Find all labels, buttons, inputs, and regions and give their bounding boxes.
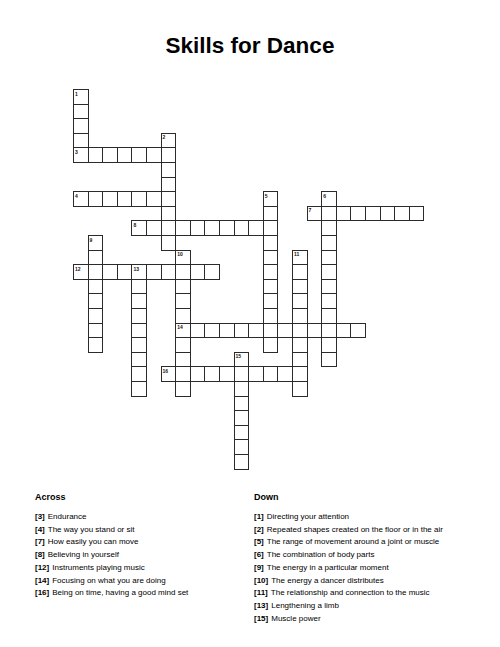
down-clue-number: [5] xyxy=(254,537,264,546)
grid-cell[interactable] xyxy=(248,323,264,339)
grid-cell[interactable] xyxy=(380,206,396,222)
grid-cell[interactable] xyxy=(146,220,162,236)
grid-cell[interactable] xyxy=(263,250,279,266)
across-clue-number: [16] xyxy=(35,588,49,597)
down-clue-text: The relationship and connection to the m… xyxy=(271,588,430,597)
grid-cell[interactable] xyxy=(88,279,104,295)
across-clue-text: Focusing on what you are doing xyxy=(52,576,165,585)
down-clue: [5]The range of movement around a joint … xyxy=(254,536,496,549)
grid-cell[interactable] xyxy=(321,279,337,295)
grid-cell[interactable] xyxy=(161,264,177,280)
grid-cell[interactable] xyxy=(190,323,206,339)
grid-cell[interactable] xyxy=(204,366,220,382)
grid-cell[interactable] xyxy=(146,264,162,280)
grid-cell[interactable] xyxy=(161,162,177,178)
down-clue-list: [1]Directing your attention[2]Repeated s… xyxy=(254,511,496,625)
grid-cell[interactable] xyxy=(219,366,235,382)
across-clue-number: [8] xyxy=(35,550,45,559)
grid-cell[interactable]: 6 xyxy=(321,191,337,207)
down-header: Down xyxy=(254,492,496,502)
grid-cell[interactable] xyxy=(73,133,89,149)
grid-cell[interactable] xyxy=(394,206,410,222)
grid-cell[interactable] xyxy=(131,366,147,382)
grid-cell[interactable]: 8 xyxy=(131,220,147,236)
grid-cell[interactable] xyxy=(248,220,264,236)
grid-cell[interactable] xyxy=(88,264,104,280)
grid-cell[interactable] xyxy=(321,264,337,280)
clue-number-label: 9 xyxy=(90,237,93,243)
grid-cell[interactable] xyxy=(161,220,177,236)
grid-cell[interactable] xyxy=(321,323,337,339)
grid-cell[interactable] xyxy=(204,323,220,339)
grid-cell[interactable] xyxy=(131,279,147,295)
grid-cell[interactable] xyxy=(88,323,104,339)
crossword-page: Skills for Dance 12345678910111213141516… xyxy=(0,0,500,647)
grid-cell[interactable] xyxy=(161,235,177,251)
grid-cell[interactable] xyxy=(88,191,104,207)
across-clue-text: Believing in yourself xyxy=(48,550,119,559)
clue-number-label: 3 xyxy=(75,149,78,155)
grid-cell[interactable] xyxy=(292,308,308,324)
grid-cell[interactable] xyxy=(190,366,206,382)
grid-cell[interactable] xyxy=(161,191,177,207)
grid-cell[interactable] xyxy=(263,366,279,382)
grid-cell[interactable] xyxy=(204,264,220,280)
grid-cell[interactable]: 13 xyxy=(131,264,147,280)
grid-cell[interactable] xyxy=(146,191,162,207)
grid-cell[interactable] xyxy=(117,191,133,207)
grid-cell[interactable] xyxy=(219,220,235,236)
across-clue-list: [3]Endurance[4]The way you stand or sit[… xyxy=(35,511,247,600)
across-clue-number: [7] xyxy=(35,537,45,546)
across-clues-section: Across [3]Endurance[4]The way you stand … xyxy=(35,492,247,600)
across-clue-text: Endurance xyxy=(48,512,87,521)
down-clue-number: [10] xyxy=(254,576,268,585)
down-clue-number: [13] xyxy=(254,601,268,610)
grid-cell[interactable] xyxy=(146,147,162,163)
down-clue-text: Directing your attention xyxy=(267,512,349,521)
grid-cell[interactable] xyxy=(175,293,191,309)
grid-cell[interactable] xyxy=(409,206,425,222)
grid-cell[interactable] xyxy=(117,147,133,163)
clue-number-label: 6 xyxy=(323,193,326,199)
grid-cell[interactable] xyxy=(161,147,177,163)
grid-cell[interactable] xyxy=(292,323,308,339)
across-clue: [16]Being on time, having a good mind se… xyxy=(35,587,247,600)
grid-cell[interactable]: 16 xyxy=(161,366,177,382)
grid-cell[interactable] xyxy=(102,191,118,207)
down-clue-number: [6] xyxy=(254,550,264,559)
grid-cell[interactable] xyxy=(292,264,308,280)
across-clue: [3]Endurance xyxy=(35,511,247,524)
down-clue: [9]The energy in a particular moment xyxy=(254,562,496,575)
grid-cell[interactable] xyxy=(277,366,293,382)
down-clue-number: [15] xyxy=(254,614,268,623)
grid-cell[interactable] xyxy=(88,308,104,324)
clue-number-label: 8 xyxy=(133,222,136,228)
grid-cell[interactable] xyxy=(219,323,235,339)
grid-cell[interactable] xyxy=(321,337,337,353)
grid-cell[interactable] xyxy=(292,293,308,309)
grid-cell[interactable]: 14 xyxy=(175,323,191,339)
grid-cell[interactable] xyxy=(350,206,366,222)
grid-cell[interactable] xyxy=(88,337,104,353)
down-clue-number: [9] xyxy=(254,563,264,572)
grid-cell[interactable] xyxy=(175,366,191,382)
grid-cell[interactable] xyxy=(263,264,279,280)
clue-number-label: 16 xyxy=(163,368,169,374)
grid-cell[interactable] xyxy=(292,352,308,368)
across-clue: [4]The way you stand or sit xyxy=(35,524,247,537)
grid-cell[interactable] xyxy=(131,352,147,368)
grid-cell[interactable] xyxy=(263,279,279,295)
grid-cell[interactable] xyxy=(204,220,220,236)
grid-cell[interactable] xyxy=(190,220,206,236)
grid-cell[interactable] xyxy=(292,337,308,353)
grid-cell[interactable]: 7 xyxy=(307,206,323,222)
grid-cell[interactable] xyxy=(88,250,104,266)
grid-cell[interactable] xyxy=(234,396,250,412)
grid-cell[interactable] xyxy=(175,279,191,295)
grid-cell[interactable] xyxy=(321,235,337,251)
down-clue: [6]The combination of body parts xyxy=(254,549,496,562)
grid-cell[interactable] xyxy=(350,323,366,339)
grid-cell[interactable] xyxy=(263,293,279,309)
down-clue: [1]Directing your attention xyxy=(254,511,496,524)
down-clue-text: Repeated shapes created on the floor or … xyxy=(267,525,443,534)
grid-cell[interactable] xyxy=(234,454,250,470)
clue-number-label: 10 xyxy=(177,251,183,257)
grid-cell[interactable]: 2 xyxy=(161,133,177,149)
grid-cell[interactable] xyxy=(175,352,191,368)
grid-cell[interactable] xyxy=(234,366,250,382)
grid-cell[interactable] xyxy=(263,206,279,222)
grid-cell[interactable]: 11 xyxy=(292,250,308,266)
clue-number-label: 2 xyxy=(163,134,166,140)
clue-number-label: 11 xyxy=(294,251,299,257)
grid-cell[interactable] xyxy=(175,381,191,397)
grid-cell[interactable]: 4 xyxy=(73,191,89,207)
clue-number-label: 5 xyxy=(265,193,268,199)
grid-cell[interactable] xyxy=(73,118,89,134)
grid-cell[interactable] xyxy=(117,264,133,280)
grid-cell[interactable] xyxy=(175,220,191,236)
across-clue-text: Instruments playing music xyxy=(52,563,144,572)
grid-cell[interactable] xyxy=(131,191,147,207)
down-clue: [10]The energy a dancer distributes xyxy=(254,575,496,588)
down-clue-text: Muscle power xyxy=(271,614,320,623)
across-clue-number: [14] xyxy=(35,576,49,585)
grid-cell[interactable] xyxy=(321,352,337,368)
grid-cell[interactable] xyxy=(292,279,308,295)
grid-cell[interactable] xyxy=(161,177,177,193)
grid-cell[interactable] xyxy=(321,293,337,309)
grid-cell[interactable] xyxy=(263,308,279,324)
down-clue-text: The combination of body parts xyxy=(267,550,375,559)
grid-cell[interactable] xyxy=(321,206,337,222)
grid-cell[interactable] xyxy=(88,147,104,163)
grid-cell[interactable] xyxy=(131,337,147,353)
grid-cell[interactable] xyxy=(263,337,279,353)
grid-cell[interactable]: 12 xyxy=(73,264,89,280)
grid-cell[interactable] xyxy=(131,381,147,397)
grid-cell[interactable]: 10 xyxy=(175,250,191,266)
grid-cell[interactable] xyxy=(102,264,118,280)
down-clue-text: Lengthening a limb xyxy=(271,601,339,610)
grid-cell[interactable] xyxy=(234,220,250,236)
grid-cell[interactable] xyxy=(292,381,308,397)
grid-cell[interactable] xyxy=(175,264,191,280)
grid-cell[interactable] xyxy=(321,250,337,266)
across-clue-number: [3] xyxy=(35,512,45,521)
clue-number-label: 13 xyxy=(133,266,139,272)
clue-number-label: 7 xyxy=(309,207,312,213)
clue-number-label: 1 xyxy=(75,91,78,97)
grid-cell[interactable] xyxy=(161,206,177,222)
across-clue-number: [12] xyxy=(35,563,49,572)
down-clue-number: [2] xyxy=(254,525,264,534)
grid-cell[interactable] xyxy=(248,366,264,382)
grid-cell[interactable] xyxy=(73,104,89,120)
grid-cell[interactable] xyxy=(102,147,118,163)
grid-cell[interactable]: 15 xyxy=(234,352,250,368)
grid-cell[interactable] xyxy=(88,293,104,309)
puzzle-title: Skills for Dance xyxy=(0,33,500,59)
grid-cell[interactable] xyxy=(234,410,250,426)
grid-cell[interactable] xyxy=(234,439,250,455)
grid-cell[interactable] xyxy=(263,323,279,339)
down-clue: [13]Lengthening a limb xyxy=(254,600,496,613)
across-clue: [8]Believing in yourself xyxy=(35,549,247,562)
grid-cell[interactable] xyxy=(277,323,293,339)
grid-cell[interactable] xyxy=(234,381,250,397)
grid-cell[interactable] xyxy=(131,323,147,339)
down-clues-section: Down [1]Directing your attention[2]Repea… xyxy=(254,492,496,625)
grid-cell[interactable]: 9 xyxy=(88,235,104,251)
clue-number-label: 4 xyxy=(75,193,78,199)
across-header: Across xyxy=(35,492,247,502)
grid-cell[interactable] xyxy=(263,220,279,236)
down-clue-number: [11] xyxy=(254,588,268,597)
grid-cell[interactable] xyxy=(321,308,337,324)
grid-cell[interactable] xyxy=(131,147,147,163)
down-clue-text: The energy a dancer distributes xyxy=(271,576,384,585)
across-clue: [12]Instruments playing music xyxy=(35,562,247,575)
across-clue: [14]Focusing on what you are doing xyxy=(35,575,247,588)
grid-cell[interactable] xyxy=(307,323,323,339)
clue-number-label: 12 xyxy=(75,266,81,272)
grid-cell[interactable] xyxy=(175,308,191,324)
grid-cell[interactable] xyxy=(263,235,279,251)
down-clue: [11]The relationship and connection to t… xyxy=(254,587,496,600)
grid-cell[interactable] xyxy=(234,323,250,339)
down-clue: [15]Muscle power xyxy=(254,613,496,626)
grid-cell[interactable] xyxy=(190,264,206,280)
down-clue-text: The energy in a particular moment xyxy=(267,563,389,572)
grid-cell[interactable]: 3 xyxy=(73,147,89,163)
down-clue-text: The range of movement around a joint or … xyxy=(267,537,440,546)
down-clue-number: [1] xyxy=(254,512,264,521)
clue-number-label: 14 xyxy=(177,324,183,330)
grid-cell[interactable]: 1 xyxy=(73,89,89,105)
grid-cell[interactable]: 5 xyxy=(263,191,279,207)
grid-cell[interactable] xyxy=(292,366,308,382)
grid-cell[interactable] xyxy=(175,337,191,353)
grid-cell[interactable] xyxy=(365,206,381,222)
grid-cell[interactable] xyxy=(336,206,352,222)
across-clue-text: How easily you can move xyxy=(48,537,139,546)
grid-cell[interactable] xyxy=(131,293,147,309)
down-clue: [2]Repeated shapes created on the floor … xyxy=(254,524,496,537)
across-clue-number: [4] xyxy=(35,525,45,534)
across-clue-text: The way you stand or sit xyxy=(48,525,135,534)
grid-cell[interactable] xyxy=(234,425,250,441)
grid-cell[interactable] xyxy=(336,323,352,339)
across-clue-text: Being on time, having a good mind set xyxy=(52,588,188,597)
across-clue: [7]How easily you can move xyxy=(35,536,247,549)
clue-number-label: 15 xyxy=(236,353,242,359)
grid-cell[interactable] xyxy=(131,308,147,324)
grid-cell[interactable] xyxy=(321,220,337,236)
